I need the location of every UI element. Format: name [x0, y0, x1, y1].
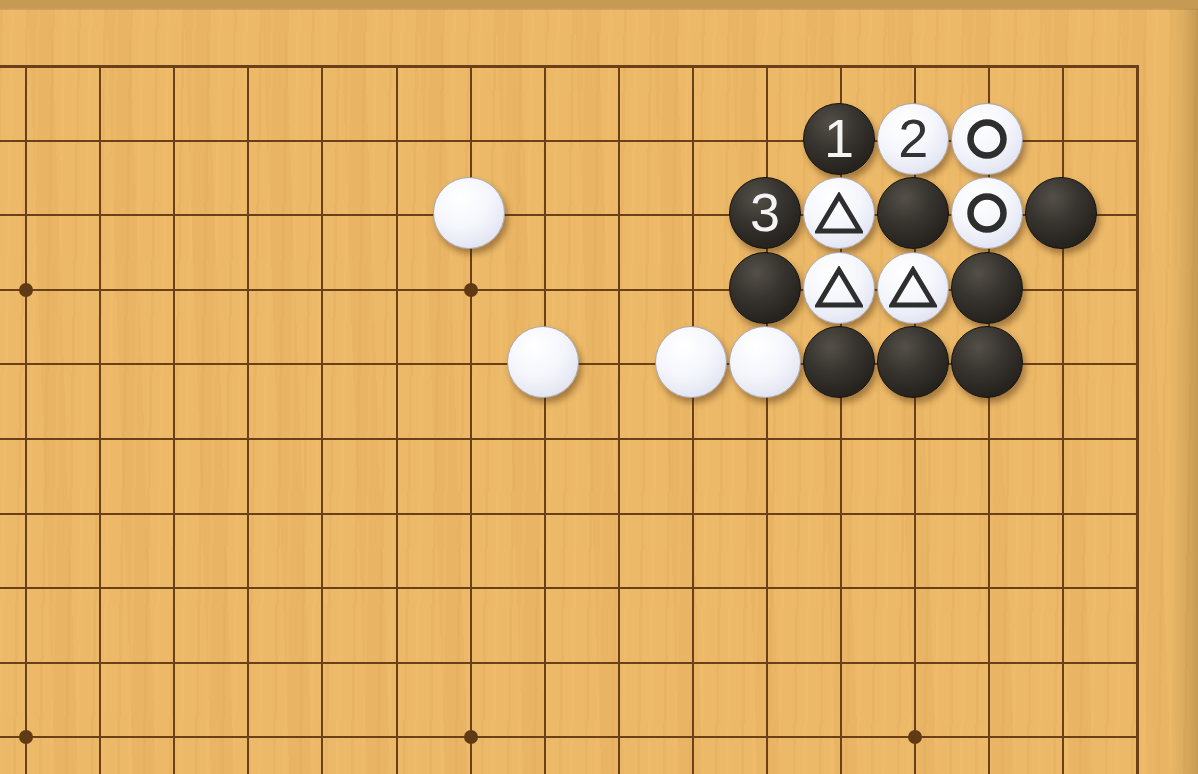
stone-white[interactable]	[507, 326, 579, 398]
stone-black[interactable]	[877, 326, 949, 398]
grid-line-horizontal	[0, 438, 1139, 440]
grid-line-vertical	[25, 65, 27, 774]
star-point	[464, 730, 478, 744]
stone-black[interactable]	[951, 252, 1023, 324]
stone-white[interactable]	[433, 177, 505, 249]
grid-line-vertical	[692, 65, 694, 774]
stone-white-circle[interactable]	[951, 177, 1023, 249]
stone-white-move-2[interactable]: 2	[877, 103, 949, 175]
grid-line-horizontal	[0, 662, 1139, 664]
grid-line-vertical	[618, 65, 620, 774]
stone-black[interactable]	[729, 252, 801, 324]
move-number-label: 1	[824, 111, 854, 165]
triangle-marker-icon	[815, 266, 863, 309]
circle-marker-icon	[965, 191, 1009, 235]
stone-black-move-3[interactable]: 3	[729, 177, 801, 249]
grid-line-vertical	[766, 65, 768, 774]
grid-line-vertical	[99, 65, 101, 774]
grid-line-vertical	[1136, 65, 1139, 774]
board-right-edge-shading	[1168, 0, 1198, 774]
grid-line-horizontal	[0, 65, 1139, 68]
star-point	[19, 730, 33, 744]
circle-marker-icon	[965, 117, 1009, 161]
stone-white[interactable]	[729, 326, 801, 398]
stone-white-triangle[interactable]	[877, 252, 949, 324]
grid-line-horizontal	[0, 736, 1139, 738]
star-point	[908, 730, 922, 744]
grid-line-vertical	[173, 65, 175, 774]
triangle-marker-icon	[889, 266, 937, 309]
stone-white-circle[interactable]	[951, 103, 1023, 175]
star-point	[464, 283, 478, 297]
triangle-marker-shape	[815, 192, 863, 235]
triangle-marker-shape	[815, 266, 863, 309]
grid-line-vertical	[321, 65, 323, 774]
stone-white[interactable]	[655, 326, 727, 398]
stone-black-move-1[interactable]: 1	[803, 103, 875, 175]
stone-black[interactable]	[951, 326, 1023, 398]
grid-line-vertical	[470, 65, 472, 774]
move-number-label: 3	[750, 185, 780, 239]
move-number-label: 2	[898, 111, 928, 165]
stone-black[interactable]	[803, 326, 875, 398]
grid-line-horizontal	[0, 513, 1139, 515]
stone-black[interactable]	[1025, 177, 1097, 249]
circle-marker-shape	[965, 117, 1009, 161]
grid-line-vertical	[544, 65, 546, 774]
grid-line-horizontal	[0, 587, 1139, 589]
triangle-marker-shape	[889, 266, 937, 309]
board-top-edge	[0, 0, 1198, 10]
stone-white-triangle[interactable]	[803, 252, 875, 324]
grid-line-vertical	[396, 65, 398, 774]
stone-black[interactable]	[877, 177, 949, 249]
go-board[interactable]: 123	[0, 0, 1198, 774]
star-point	[19, 283, 33, 297]
grid-line-vertical	[1062, 65, 1064, 774]
stone-white-triangle[interactable]	[803, 177, 875, 249]
circle-marker-shape	[965, 191, 1009, 235]
triangle-marker-icon	[815, 192, 863, 235]
grid-line-vertical	[247, 65, 249, 774]
